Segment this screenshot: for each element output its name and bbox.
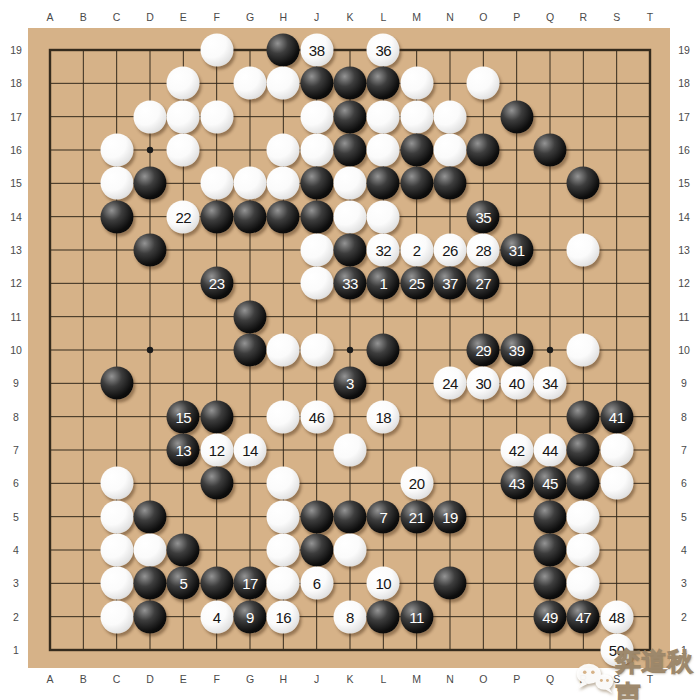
row-label-left-12: 12	[10, 277, 22, 289]
white-stone-E16	[167, 134, 200, 167]
row-label-left-14: 14	[10, 211, 22, 223]
move-number-32: 32	[367, 234, 400, 267]
col-label-bottom-B: B	[80, 673, 87, 685]
move-number-24: 24	[434, 367, 467, 400]
white-stone-G15	[234, 167, 267, 200]
move-number-28: 28	[467, 234, 500, 267]
white-stone-H10	[267, 334, 300, 367]
row-label-left-11: 11	[11, 311, 22, 323]
black-stone-D13	[134, 234, 167, 267]
move-number-4: 4	[200, 600, 233, 633]
move-number-22: 22	[167, 200, 200, 233]
black-stone-C14	[100, 200, 133, 233]
white-stone-E14: 22	[167, 200, 200, 233]
row-label-right-18: 18	[678, 77, 690, 89]
white-stone-N16	[434, 134, 467, 167]
row-label-right-3: 3	[681, 577, 687, 589]
black-stone-K13	[334, 234, 367, 267]
black-stone-K12: 33	[334, 267, 367, 300]
black-stone-C9	[100, 367, 133, 400]
col-label-bottom-M: M	[412, 673, 421, 685]
row-label-right-13: 13	[678, 244, 690, 256]
white-stone-L17	[367, 100, 400, 133]
white-stone-R10	[567, 334, 600, 367]
white-stone-J19: 38	[300, 34, 333, 67]
col-label-top-R: R	[580, 11, 588, 23]
black-stone-J14	[300, 200, 333, 233]
black-stone-Q4	[534, 534, 567, 567]
white-stone-J17	[300, 100, 333, 133]
row-label-left-18: 18	[10, 77, 22, 89]
move-number-20: 20	[400, 467, 433, 500]
black-stone-Q6: 45	[534, 467, 567, 500]
black-stone-G14	[234, 200, 267, 233]
white-stone-K2: 8	[334, 600, 367, 633]
white-stone-H4	[267, 534, 300, 567]
col-label-bottom-P: P	[513, 673, 520, 685]
move-number-2: 2	[400, 234, 433, 267]
row-label-left-19: 19	[10, 44, 22, 56]
move-number-34: 34	[534, 367, 567, 400]
row-label-left-8: 8	[13, 411, 19, 423]
black-stone-N5: 19	[434, 500, 467, 533]
row-label-left-9: 9	[13, 377, 19, 389]
row-label-right-9: 9	[681, 377, 687, 389]
white-stone-M18	[400, 67, 433, 100]
black-stone-P13: 31	[500, 234, 533, 267]
row-label-left-5: 5	[13, 511, 19, 523]
col-label-bottom-K: K	[346, 673, 353, 685]
row-label-left-6: 6	[13, 477, 19, 489]
black-stone-J4	[300, 534, 333, 567]
move-number-19: 19	[434, 500, 467, 533]
black-stone-Q16	[534, 134, 567, 167]
watermark-text: 弈道秋声	[616, 645, 700, 700]
move-number-47: 47	[567, 600, 600, 633]
watermark: 弈道秋声	[575, 645, 700, 700]
row-label-left-17: 17	[10, 111, 22, 123]
white-stone-K14	[334, 200, 367, 233]
col-label-bottom-J: J	[314, 673, 319, 685]
white-stone-O13: 28	[467, 234, 500, 267]
black-stone-Q2: 49	[534, 600, 567, 633]
black-stone-H14	[267, 200, 300, 233]
black-stone-S8: 41	[600, 400, 633, 433]
move-number-29: 29	[467, 334, 500, 367]
white-stone-K15	[334, 167, 367, 200]
move-number-41: 41	[600, 400, 633, 433]
white-stone-H8	[267, 400, 300, 433]
move-number-14: 14	[234, 434, 267, 467]
row-label-right-10: 10	[678, 344, 690, 356]
black-stone-L10	[367, 334, 400, 367]
col-label-top-M: M	[412, 11, 421, 23]
move-number-48: 48	[600, 600, 633, 633]
white-stone-L3: 10	[367, 567, 400, 600]
black-stone-N15	[434, 167, 467, 200]
star-point-D10	[147, 347, 153, 353]
row-label-left-15: 15	[10, 177, 22, 189]
move-number-44: 44	[534, 434, 567, 467]
black-stone-E4	[167, 534, 200, 567]
col-label-bottom-N: N	[446, 673, 454, 685]
black-stone-G3: 17	[234, 567, 267, 600]
black-stone-E3: 5	[167, 567, 200, 600]
col-label-top-F: F	[213, 11, 219, 23]
black-stone-O14: 35	[467, 200, 500, 233]
col-label-top-Q: Q	[546, 11, 554, 23]
white-stone-E17	[167, 100, 200, 133]
white-stone-L19: 36	[367, 34, 400, 67]
row-label-right-5: 5	[681, 511, 687, 523]
row-label-left-16: 16	[10, 144, 22, 156]
white-stone-N13: 26	[434, 234, 467, 267]
col-label-top-D: D	[146, 11, 154, 23]
black-stone-F14	[200, 200, 233, 233]
white-stone-S6	[600, 467, 633, 500]
col-label-top-A: A	[46, 11, 53, 23]
black-stone-G11	[234, 300, 267, 333]
move-number-39: 39	[500, 334, 533, 367]
col-label-top-T: T	[647, 11, 653, 23]
black-stone-K5	[334, 500, 367, 533]
row-label-right-14: 14	[678, 211, 690, 223]
row-label-right-19: 19	[678, 44, 690, 56]
white-stone-O18	[467, 67, 500, 100]
black-stone-R2: 47	[567, 600, 600, 633]
white-stone-M6: 20	[400, 467, 433, 500]
row-label-right-16: 16	[678, 144, 690, 156]
black-stone-P10: 39	[500, 334, 533, 367]
star-point-K10	[347, 347, 353, 353]
white-stone-J8: 46	[300, 400, 333, 433]
white-stone-C5	[100, 500, 133, 533]
white-stone-D4	[134, 534, 167, 567]
black-stone-M2: 11	[400, 600, 433, 633]
col-label-bottom-C: C	[113, 673, 121, 685]
black-stone-J18	[300, 67, 333, 100]
white-stone-G18	[234, 67, 267, 100]
move-number-10: 10	[367, 567, 400, 600]
black-stone-G10	[234, 334, 267, 367]
white-stone-J3: 6	[300, 567, 333, 600]
row-label-right-15: 15	[678, 177, 690, 189]
move-number-1: 1	[367, 267, 400, 300]
white-stone-F7: 12	[200, 434, 233, 467]
black-stone-L5: 7	[367, 500, 400, 533]
move-number-5: 5	[167, 567, 200, 600]
black-stone-O16	[467, 134, 500, 167]
col-label-bottom-G: G	[246, 673, 254, 685]
black-stone-D2	[134, 600, 167, 633]
white-stone-J13	[300, 234, 333, 267]
black-stone-M12: 25	[400, 267, 433, 300]
col-label-bottom-E: E	[180, 673, 187, 685]
black-stone-L15	[367, 167, 400, 200]
move-number-7: 7	[367, 500, 400, 533]
move-number-49: 49	[534, 600, 567, 633]
black-stone-M5: 21	[400, 500, 433, 533]
col-label-top-E: E	[180, 11, 187, 23]
white-stone-C6	[100, 467, 133, 500]
black-stone-J5	[300, 500, 333, 533]
black-stone-R7	[567, 434, 600, 467]
white-stone-L13: 32	[367, 234, 400, 267]
black-stone-L12: 1	[367, 267, 400, 300]
row-label-right-11: 11	[679, 311, 690, 323]
col-label-top-J: J	[314, 11, 319, 23]
move-number-3: 3	[334, 367, 367, 400]
white-stone-P7: 42	[500, 434, 533, 467]
black-stone-F6	[200, 467, 233, 500]
col-label-bottom-D: D	[146, 673, 154, 685]
col-label-bottom-A: A	[46, 673, 53, 685]
move-number-38: 38	[300, 34, 333, 67]
white-stone-F15	[200, 167, 233, 200]
col-label-top-L: L	[380, 11, 386, 23]
row-label-left-3: 3	[13, 577, 19, 589]
move-number-45: 45	[534, 467, 567, 500]
move-number-13: 13	[167, 434, 200, 467]
black-stone-E8: 15	[167, 400, 200, 433]
white-stone-H18	[267, 67, 300, 100]
white-stone-F17	[200, 100, 233, 133]
black-stone-K17	[334, 100, 367, 133]
star-point-Q10	[547, 347, 553, 353]
go-diagram: AABBCCDDEEFFGGHHJJKKLLMMNNOOPPQQRRSSTT19…	[0, 0, 700, 700]
white-stone-C2	[100, 600, 133, 633]
row-label-right-8: 8	[681, 411, 687, 423]
white-stone-R5	[567, 500, 600, 533]
row-label-right-17: 17	[678, 111, 690, 123]
move-number-26: 26	[434, 234, 467, 267]
black-stone-Q3	[534, 567, 567, 600]
move-number-33: 33	[334, 267, 367, 300]
col-label-top-B: B	[80, 11, 87, 23]
white-stone-K7	[334, 434, 367, 467]
move-number-11: 11	[400, 600, 433, 633]
white-stone-R4	[567, 534, 600, 567]
white-stone-P9: 40	[500, 367, 533, 400]
white-stone-Q9: 34	[534, 367, 567, 400]
black-stone-R8	[567, 400, 600, 433]
black-stone-L2	[367, 600, 400, 633]
row-label-right-7: 7	[681, 444, 687, 456]
move-number-17: 17	[234, 567, 267, 600]
white-stone-J12	[300, 267, 333, 300]
move-number-40: 40	[500, 367, 533, 400]
black-stone-M16	[400, 134, 433, 167]
black-stone-D3	[134, 567, 167, 600]
white-stone-C15	[100, 167, 133, 200]
black-stone-F3	[200, 567, 233, 600]
black-stone-D15	[134, 167, 167, 200]
row-label-left-4: 4	[13, 544, 19, 556]
white-stone-H5	[267, 500, 300, 533]
white-stone-G7: 14	[234, 434, 267, 467]
move-number-43: 43	[500, 467, 533, 500]
black-stone-O12: 27	[467, 267, 500, 300]
row-label-left-1: 1	[13, 644, 19, 656]
white-stone-F2: 4	[200, 600, 233, 633]
black-stone-N12: 37	[434, 267, 467, 300]
move-number-23: 23	[200, 267, 233, 300]
col-label-top-O: O	[479, 11, 487, 23]
row-label-right-6: 6	[681, 477, 687, 489]
move-number-31: 31	[500, 234, 533, 267]
col-label-top-P: P	[513, 11, 520, 23]
col-label-top-H: H	[280, 11, 288, 23]
row-label-left-2: 2	[13, 611, 19, 623]
black-stone-H19	[267, 34, 300, 67]
col-label-top-K: K	[346, 11, 353, 23]
white-stone-H15	[267, 167, 300, 200]
row-label-right-2: 2	[681, 611, 687, 623]
col-label-top-G: G	[246, 11, 254, 23]
col-label-bottom-H: H	[280, 673, 288, 685]
move-number-8: 8	[334, 600, 367, 633]
black-stone-R15	[567, 167, 600, 200]
move-number-6: 6	[300, 567, 333, 600]
black-stone-E7: 13	[167, 434, 200, 467]
white-stone-R13	[567, 234, 600, 267]
col-label-top-C: C	[113, 11, 121, 23]
move-number-15: 15	[167, 400, 200, 433]
white-stone-N9: 24	[434, 367, 467, 400]
black-stone-G2: 9	[234, 600, 267, 633]
white-stone-L14	[367, 200, 400, 233]
white-stone-C16	[100, 134, 133, 167]
white-stone-C4	[100, 534, 133, 567]
white-stone-F19	[200, 34, 233, 67]
white-stone-H3	[267, 567, 300, 600]
black-stone-P6: 43	[500, 467, 533, 500]
move-number-35: 35	[467, 200, 500, 233]
black-stone-O10: 29	[467, 334, 500, 367]
move-number-18: 18	[367, 400, 400, 433]
black-stone-P17	[500, 100, 533, 133]
move-number-25: 25	[400, 267, 433, 300]
col-label-bottom-L: L	[380, 673, 386, 685]
col-label-bottom-Q: Q	[546, 673, 554, 685]
white-stone-N17	[434, 100, 467, 133]
move-number-16: 16	[267, 600, 300, 633]
black-stone-M15	[400, 167, 433, 200]
move-number-27: 27	[467, 267, 500, 300]
move-number-37: 37	[434, 267, 467, 300]
white-stone-E18	[167, 67, 200, 100]
black-stone-K18	[334, 67, 367, 100]
white-stone-D17	[134, 100, 167, 133]
row-label-left-13: 13	[10, 244, 22, 256]
wechat-icon	[575, 658, 616, 698]
white-stone-S2: 48	[600, 600, 633, 633]
col-label-top-S: S	[613, 11, 620, 23]
move-number-30: 30	[467, 367, 500, 400]
black-stone-K16	[334, 134, 367, 167]
move-number-21: 21	[400, 500, 433, 533]
move-number-12: 12	[200, 434, 233, 467]
black-stone-F12: 23	[200, 267, 233, 300]
white-stone-M13: 2	[400, 234, 433, 267]
white-stone-Q7: 44	[534, 434, 567, 467]
black-stone-D5	[134, 500, 167, 533]
row-label-left-10: 10	[10, 344, 22, 356]
star-point-D16	[147, 147, 153, 153]
black-stone-K9: 3	[334, 367, 367, 400]
black-stone-R6	[567, 467, 600, 500]
white-stone-L16	[367, 134, 400, 167]
black-stone-F8	[200, 400, 233, 433]
white-stone-O9: 30	[467, 367, 500, 400]
col-label-bottom-F: F	[213, 673, 219, 685]
move-number-46: 46	[300, 400, 333, 433]
white-stone-L8: 18	[367, 400, 400, 433]
black-stone-L18	[367, 67, 400, 100]
white-stone-K4	[334, 534, 367, 567]
white-stone-H16	[267, 134, 300, 167]
black-stone-J15	[300, 167, 333, 200]
col-label-bottom-O: O	[479, 673, 487, 685]
move-number-9: 9	[234, 600, 267, 633]
white-stone-M17	[400, 100, 433, 133]
white-stone-S7	[600, 434, 633, 467]
black-stone-N3	[434, 567, 467, 600]
row-label-right-12: 12	[678, 277, 690, 289]
black-stone-Q5	[534, 500, 567, 533]
white-stone-J16	[300, 134, 333, 167]
row-label-right-4: 4	[681, 544, 687, 556]
move-number-42: 42	[500, 434, 533, 467]
white-stone-J10	[300, 334, 333, 367]
move-number-36: 36	[367, 34, 400, 67]
white-stone-H2: 16	[267, 600, 300, 633]
white-stone-C3	[100, 567, 133, 600]
white-stone-R3	[567, 567, 600, 600]
row-label-left-7: 7	[13, 444, 19, 456]
white-stone-H6	[267, 467, 300, 500]
col-label-top-N: N	[446, 11, 454, 23]
